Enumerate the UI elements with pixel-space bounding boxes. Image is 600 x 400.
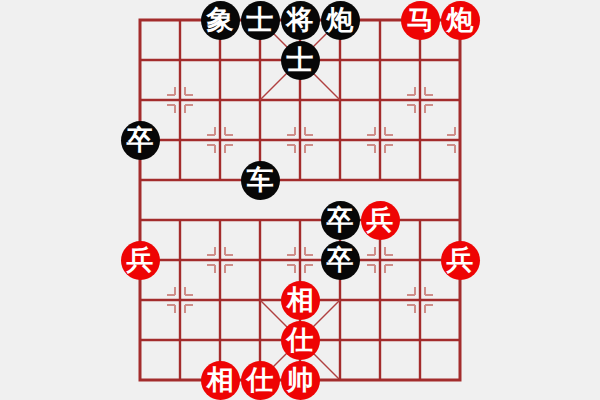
piece-black-advisor[interactable]: 士	[281, 41, 320, 80]
piece-black-advisor[interactable]: 士	[241, 1, 280, 40]
piece-black-elephant[interactable]: 象	[201, 1, 240, 40]
xiangqi-board: 象士将炮马炮士卒车卒兵兵卒兵相仕相仕帅	[0, 0, 600, 400]
piece-black-cannon[interactable]: 炮	[321, 1, 360, 40]
piece-red-general[interactable]: 帅	[281, 361, 320, 400]
piece-red-elephant[interactable]: 相	[281, 281, 320, 320]
piece-black-soldier[interactable]: 卒	[321, 241, 360, 280]
piece-black-soldier[interactable]: 卒	[121, 121, 160, 160]
piece-black-soldier[interactable]: 卒	[321, 201, 360, 240]
piece-black-chariot[interactable]: 车	[241, 161, 280, 200]
piece-red-advisor[interactable]: 仕	[281, 321, 320, 360]
piece-red-soldier[interactable]: 兵	[361, 201, 400, 240]
piece-red-soldier[interactable]: 兵	[441, 241, 480, 280]
piece-red-advisor[interactable]: 仕	[241, 361, 280, 400]
pieces-grid: 象士将炮马炮士卒车卒兵兵卒兵相仕相仕帅	[120, 0, 480, 400]
piece-red-horse[interactable]: 马	[401, 1, 440, 40]
piece-red-cannon[interactable]: 炮	[441, 1, 480, 40]
piece-red-elephant[interactable]: 相	[201, 361, 240, 400]
piece-red-soldier[interactable]: 兵	[121, 241, 160, 280]
piece-black-general[interactable]: 将	[281, 1, 320, 40]
